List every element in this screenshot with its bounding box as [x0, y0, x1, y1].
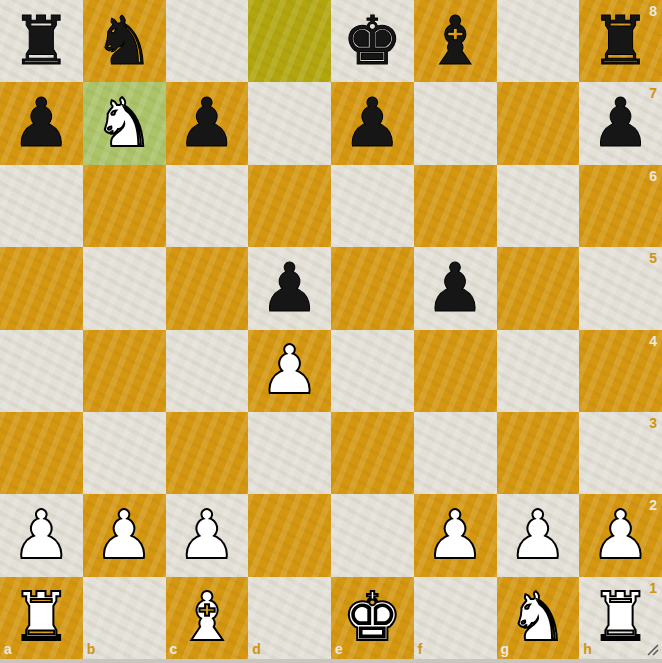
page-background-strip [0, 659, 662, 663]
square-f6[interactable] [414, 165, 497, 247]
square-c3[interactable] [166, 412, 249, 494]
piece-white-pawn[interactable]: ♟ [83, 494, 166, 576]
piece-white-pawn[interactable]: ♟ [414, 494, 497, 576]
square-h2[interactable]: 2♟ [579, 494, 662, 576]
square-e7[interactable]: ♟ [331, 82, 414, 164]
piece-black-rook[interactable]: ♜ [0, 0, 83, 82]
rank-label-4: 4 [649, 334, 657, 348]
square-e6[interactable] [331, 165, 414, 247]
square-a4[interactable] [0, 330, 83, 412]
square-g3[interactable] [497, 412, 580, 494]
rank-label-5: 5 [649, 251, 657, 265]
piece-black-pawn[interactable]: ♟ [331, 82, 414, 164]
square-d1[interactable]: d [248, 577, 331, 659]
piece-black-bishop[interactable]: ♝ [414, 0, 497, 82]
piece-white-pawn[interactable]: ♟ [0, 494, 83, 576]
square-g6[interactable] [497, 165, 580, 247]
square-e3[interactable] [331, 412, 414, 494]
piece-white-pawn[interactable]: ♟ [166, 494, 249, 576]
square-h5[interactable]: 5 [579, 247, 662, 329]
rank-label-3: 3 [649, 416, 657, 430]
square-d4[interactable]: ♟ [248, 330, 331, 412]
square-e2[interactable] [331, 494, 414, 576]
square-c2[interactable]: ♟ [166, 494, 249, 576]
piece-black-pawn[interactable]: ♟ [579, 82, 662, 164]
square-a8[interactable]: ♜ [0, 0, 83, 82]
square-h3[interactable]: 3 [579, 412, 662, 494]
piece-black-pawn[interactable]: ♟ [414, 247, 497, 329]
square-c6[interactable] [166, 165, 249, 247]
square-d8[interactable] [248, 0, 331, 82]
square-h6[interactable]: 6 [579, 165, 662, 247]
square-a6[interactable] [0, 165, 83, 247]
piece-white-pawn[interactable]: ♟ [579, 494, 662, 576]
square-e1[interactable]: e♚ [331, 577, 414, 659]
resize-handle-icon[interactable] [645, 642, 659, 656]
piece-white-rook[interactable]: ♜ [0, 577, 83, 659]
square-b7[interactable]: ♞ [83, 82, 166, 164]
rank-label-6: 6 [649, 169, 657, 183]
square-h8[interactable]: 8♜ [579, 0, 662, 82]
square-c7[interactable]: ♟ [166, 82, 249, 164]
square-a5[interactable] [0, 247, 83, 329]
piece-white-pawn[interactable]: ♟ [248, 330, 331, 412]
square-d3[interactable] [248, 412, 331, 494]
square-f7[interactable] [414, 82, 497, 164]
square-f8[interactable]: ♝ [414, 0, 497, 82]
square-e8[interactable]: ♚ [331, 0, 414, 82]
square-f1[interactable]: f [414, 577, 497, 659]
square-b1[interactable]: b [83, 577, 166, 659]
file-label-b: b [87, 642, 96, 656]
square-g1[interactable]: g♞ [497, 577, 580, 659]
square-d5[interactable]: ♟ [248, 247, 331, 329]
square-b5[interactable] [83, 247, 166, 329]
file-label-f: f [418, 642, 423, 656]
square-b3[interactable] [83, 412, 166, 494]
piece-black-pawn[interactable]: ♟ [166, 82, 249, 164]
piece-white-pawn[interactable]: ♟ [497, 494, 580, 576]
square-d7[interactable] [248, 82, 331, 164]
square-e4[interactable] [331, 330, 414, 412]
square-c5[interactable] [166, 247, 249, 329]
piece-black-knight[interactable]: ♞ [83, 0, 166, 82]
chess-board-page: ♜♞♚♝8♜♟♞♟♟7♟6♟♟5♟43♟♟♟♟♟2♟a♜bc♝de♚fg♞h1♜ [0, 0, 662, 663]
square-h7[interactable]: 7♟ [579, 82, 662, 164]
piece-black-pawn[interactable]: ♟ [0, 82, 83, 164]
square-b6[interactable] [83, 165, 166, 247]
square-g5[interactable] [497, 247, 580, 329]
square-b8[interactable]: ♞ [83, 0, 166, 82]
square-f4[interactable] [414, 330, 497, 412]
square-f3[interactable] [414, 412, 497, 494]
piece-black-rook[interactable]: ♜ [579, 0, 662, 82]
square-c4[interactable] [166, 330, 249, 412]
square-e5[interactable] [331, 247, 414, 329]
piece-white-bishop[interactable]: ♝ [166, 577, 249, 659]
square-b4[interactable] [83, 330, 166, 412]
piece-white-knight[interactable]: ♞ [497, 577, 580, 659]
square-f2[interactable]: ♟ [414, 494, 497, 576]
file-label-d: d [252, 642, 261, 656]
square-a1[interactable]: a♜ [0, 577, 83, 659]
square-a3[interactable] [0, 412, 83, 494]
square-h4[interactable]: 4 [579, 330, 662, 412]
square-d2[interactable] [248, 494, 331, 576]
square-g2[interactable]: ♟ [497, 494, 580, 576]
square-d6[interactable] [248, 165, 331, 247]
square-c1[interactable]: c♝ [166, 577, 249, 659]
piece-black-pawn[interactable]: ♟ [248, 247, 331, 329]
square-g7[interactable] [497, 82, 580, 164]
piece-white-king[interactable]: ♚ [331, 577, 414, 659]
square-c8[interactable] [166, 0, 249, 82]
square-a2[interactable]: ♟ [0, 494, 83, 576]
piece-white-knight[interactable]: ♞ [83, 82, 166, 164]
piece-black-king[interactable]: ♚ [331, 0, 414, 82]
chess-board: ♜♞♚♝8♜♟♞♟♟7♟6♟♟5♟43♟♟♟♟♟2♟a♜bc♝de♚fg♞h1♜ [0, 0, 662, 659]
square-a7[interactable]: ♟ [0, 82, 83, 164]
square-g4[interactable] [497, 330, 580, 412]
square-b2[interactable]: ♟ [83, 494, 166, 576]
square-f5[interactable]: ♟ [414, 247, 497, 329]
square-g8[interactable] [497, 0, 580, 82]
